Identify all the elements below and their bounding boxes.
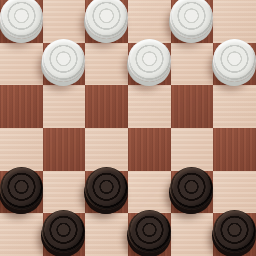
board-square[interactable] [213,128,256,171]
board-square[interactable] [128,128,171,171]
board-square[interactable] [85,43,128,86]
dark-checker-piece[interactable] [42,210,85,253]
board-square[interactable] [0,43,43,86]
white-checker-piece[interactable] [85,0,128,39]
board-square[interactable] [0,0,43,43]
board-square[interactable] [85,0,128,43]
board-square[interactable] [213,85,256,128]
board-square[interactable] [43,43,86,86]
board-square[interactable] [85,213,128,256]
dark-checker-piece[interactable] [213,210,256,253]
board-square[interactable] [43,0,86,43]
board-square[interactable] [213,43,256,86]
board-square[interactable] [85,171,128,214]
board-square[interactable] [171,85,214,128]
board-square[interactable] [43,171,86,214]
white-checker-piece[interactable] [213,39,256,82]
board-square[interactable] [171,43,214,86]
board-square[interactable] [128,213,171,256]
white-checker-piece[interactable] [170,0,213,39]
board-square[interactable] [128,171,171,214]
dark-checker-piece[interactable] [128,210,171,253]
dark-checker-piece[interactable] [85,167,128,210]
dark-checker-piece[interactable] [170,167,213,210]
board-square[interactable] [128,0,171,43]
board-square[interactable] [171,0,214,43]
board-square[interactable] [43,213,86,256]
board-square[interactable] [171,213,214,256]
board-square[interactable] [213,213,256,256]
board-square[interactable] [0,128,43,171]
board-square[interactable] [171,128,214,171]
board-square[interactable] [85,85,128,128]
board-square[interactable] [0,171,43,214]
board-square[interactable] [0,213,43,256]
board-square[interactable] [43,128,86,171]
board-square[interactable] [128,43,171,86]
board-square[interactable] [213,171,256,214]
board-square[interactable] [0,85,43,128]
board-square[interactable] [171,171,214,214]
board-square[interactable] [213,0,256,43]
dark-checker-piece[interactable] [0,167,43,210]
checkers-board [0,0,256,256]
board-square[interactable] [43,85,86,128]
white-checker-piece[interactable] [0,0,43,39]
white-checker-piece[interactable] [42,39,85,82]
board-square[interactable] [128,85,171,128]
white-checker-piece[interactable] [128,39,171,82]
board-square[interactable] [85,128,128,171]
